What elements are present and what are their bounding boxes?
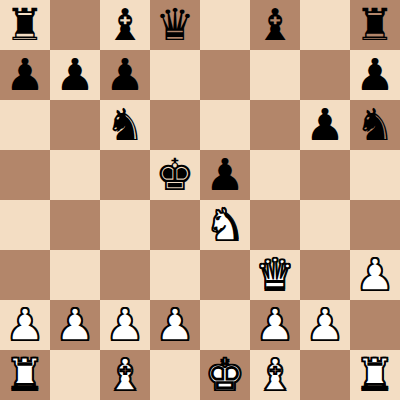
square-h1[interactable]: ♜ <box>350 350 400 400</box>
piece-white-knight[interactable]: ♞ <box>205 200 244 250</box>
square-g2[interactable]: ♟ <box>300 300 350 350</box>
square-a3[interactable] <box>0 250 50 300</box>
square-g3[interactable] <box>300 250 350 300</box>
square-g6[interactable]: ♟ <box>300 100 350 150</box>
square-e8[interactable] <box>200 0 250 50</box>
piece-black-queen[interactable]: ♛ <box>155 0 194 50</box>
square-c4[interactable] <box>100 200 150 250</box>
square-d1[interactable] <box>150 350 200 400</box>
square-b6[interactable] <box>50 100 100 150</box>
square-c3[interactable] <box>100 250 150 300</box>
square-b2[interactable]: ♟ <box>50 300 100 350</box>
square-d2[interactable]: ♟ <box>150 300 200 350</box>
square-a8[interactable]: ♜ <box>0 0 50 50</box>
square-g7[interactable] <box>300 50 350 100</box>
piece-black-pawn[interactable]: ♟ <box>55 50 94 100</box>
square-a1[interactable]: ♜ <box>0 350 50 400</box>
square-h6[interactable]: ♞ <box>350 100 400 150</box>
square-e5[interactable]: ♟ <box>200 150 250 200</box>
square-h8[interactable]: ♜ <box>350 0 400 50</box>
square-f6[interactable] <box>250 100 300 150</box>
piece-white-bishop[interactable]: ♝ <box>105 350 144 400</box>
square-b1[interactable] <box>50 350 100 400</box>
square-d7[interactable] <box>150 50 200 100</box>
square-e2[interactable] <box>200 300 250 350</box>
square-d4[interactable] <box>150 200 200 250</box>
square-f1[interactable]: ♝ <box>250 350 300 400</box>
piece-white-pawn[interactable]: ♟ <box>255 300 294 350</box>
piece-black-knight[interactable]: ♞ <box>355 100 394 150</box>
piece-white-pawn[interactable]: ♟ <box>305 300 344 350</box>
square-c2[interactable]: ♟ <box>100 300 150 350</box>
square-e6[interactable] <box>200 100 250 150</box>
square-c8[interactable]: ♝ <box>100 0 150 50</box>
square-b4[interactable] <box>50 200 100 250</box>
square-g4[interactable] <box>300 200 350 250</box>
square-b5[interactable] <box>50 150 100 200</box>
square-h3[interactable]: ♟ <box>350 250 400 300</box>
square-d6[interactable] <box>150 100 200 150</box>
square-g5[interactable] <box>300 150 350 200</box>
chess-board: ♜♝♛♝♜♟♟♟♟♞♟♞♚♟♞♛♟♟♟♟♟♟♟♜♝♚♝♜ <box>0 0 400 400</box>
piece-black-king[interactable]: ♚ <box>155 150 194 200</box>
square-a2[interactable]: ♟ <box>0 300 50 350</box>
square-a7[interactable]: ♟ <box>0 50 50 100</box>
piece-black-pawn[interactable]: ♟ <box>205 150 244 200</box>
piece-white-pawn[interactable]: ♟ <box>55 300 94 350</box>
square-c6[interactable]: ♞ <box>100 100 150 150</box>
piece-black-pawn[interactable]: ♟ <box>5 50 44 100</box>
square-e7[interactable] <box>200 50 250 100</box>
piece-white-rook[interactable]: ♜ <box>5 350 44 400</box>
piece-white-pawn[interactable]: ♟ <box>5 300 44 350</box>
square-b7[interactable]: ♟ <box>50 50 100 100</box>
square-h4[interactable] <box>350 200 400 250</box>
square-f8[interactable]: ♝ <box>250 0 300 50</box>
square-e1[interactable]: ♚ <box>200 350 250 400</box>
square-d8[interactable]: ♛ <box>150 0 200 50</box>
square-h5[interactable] <box>350 150 400 200</box>
square-c7[interactable]: ♟ <box>100 50 150 100</box>
piece-black-knight[interactable]: ♞ <box>105 100 144 150</box>
square-c1[interactable]: ♝ <box>100 350 150 400</box>
square-f5[interactable] <box>250 150 300 200</box>
piece-black-pawn[interactable]: ♟ <box>305 100 344 150</box>
square-f4[interactable] <box>250 200 300 250</box>
square-d5[interactable]: ♚ <box>150 150 200 200</box>
square-b3[interactable] <box>50 250 100 300</box>
square-a5[interactable] <box>0 150 50 200</box>
square-b8[interactable] <box>50 0 100 50</box>
square-a6[interactable] <box>0 100 50 150</box>
piece-white-king[interactable]: ♚ <box>205 350 244 400</box>
square-h7[interactable]: ♟ <box>350 50 400 100</box>
piece-white-queen[interactable]: ♛ <box>255 250 294 300</box>
piece-black-bishop[interactable]: ♝ <box>105 0 144 50</box>
square-h2[interactable] <box>350 300 400 350</box>
square-g1[interactable] <box>300 350 350 400</box>
square-f2[interactable]: ♟ <box>250 300 300 350</box>
square-c5[interactable] <box>100 150 150 200</box>
square-a4[interactable] <box>0 200 50 250</box>
square-e3[interactable] <box>200 250 250 300</box>
piece-black-rook[interactable]: ♜ <box>5 0 44 50</box>
piece-black-bishop[interactable]: ♝ <box>255 0 294 50</box>
square-e4[interactable]: ♞ <box>200 200 250 250</box>
piece-black-rook[interactable]: ♜ <box>355 0 394 50</box>
square-f3[interactable]: ♛ <box>250 250 300 300</box>
piece-white-pawn[interactable]: ♟ <box>155 300 194 350</box>
piece-black-pawn[interactable]: ♟ <box>105 50 144 100</box>
piece-black-pawn[interactable]: ♟ <box>355 50 394 100</box>
piece-white-pawn[interactable]: ♟ <box>355 250 394 300</box>
piece-white-bishop[interactable]: ♝ <box>255 350 294 400</box>
square-d3[interactable] <box>150 250 200 300</box>
square-g8[interactable] <box>300 0 350 50</box>
piece-white-pawn[interactable]: ♟ <box>105 300 144 350</box>
piece-white-rook[interactable]: ♜ <box>355 350 394 400</box>
square-f7[interactable] <box>250 50 300 100</box>
